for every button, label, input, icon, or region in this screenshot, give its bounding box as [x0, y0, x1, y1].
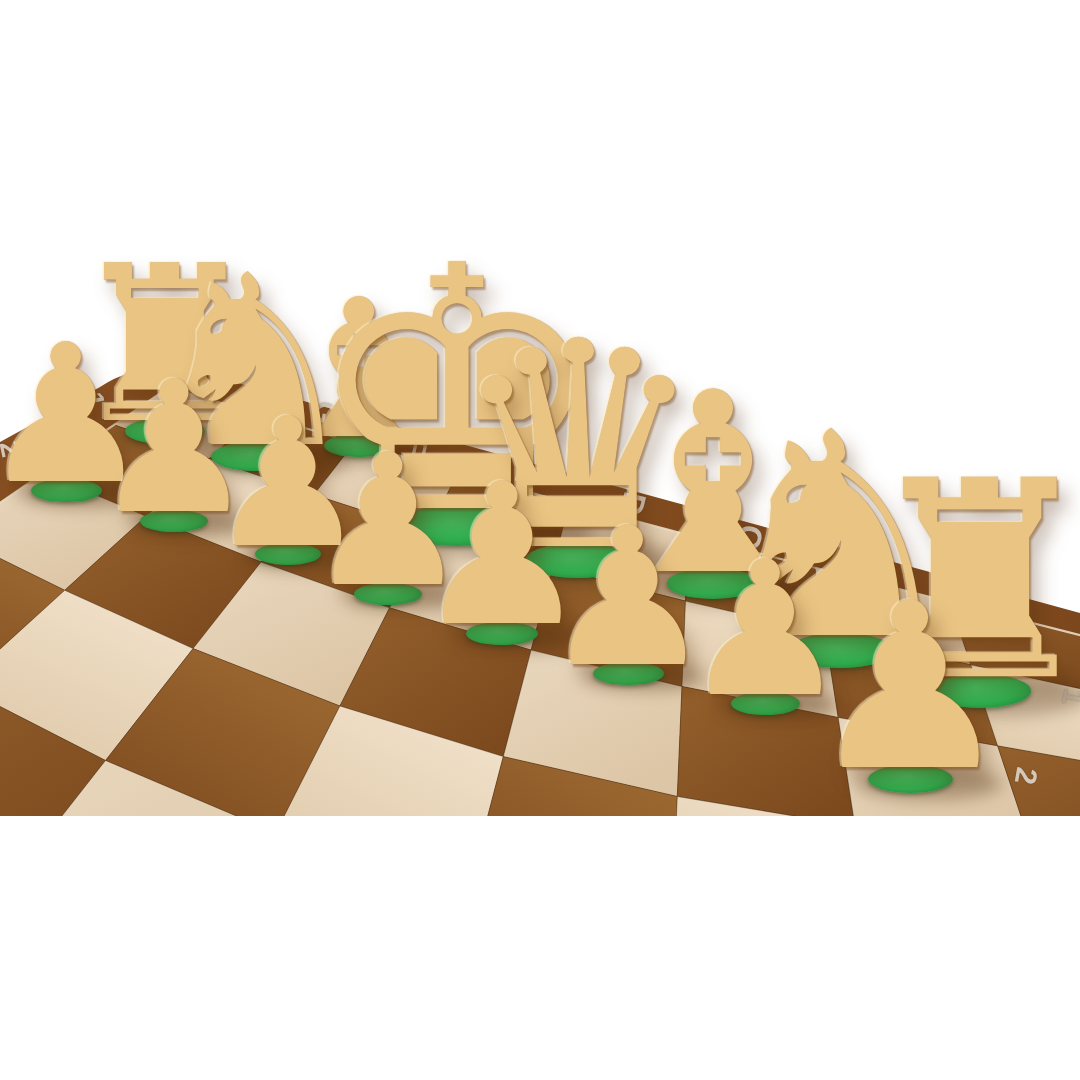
pieces: ♜♝♞♟♟♚♟♛♝♟♟♞♟♜♟♟ — [0, 0, 1080, 1080]
chess-set-photo: GFEDCA1212 ♜♝♞♟♟♚♟♛♝♟♟♞♟♜♟♟ — [0, 0, 1080, 1080]
white-pawn-a2: ♟ — [795, 573, 1025, 803]
